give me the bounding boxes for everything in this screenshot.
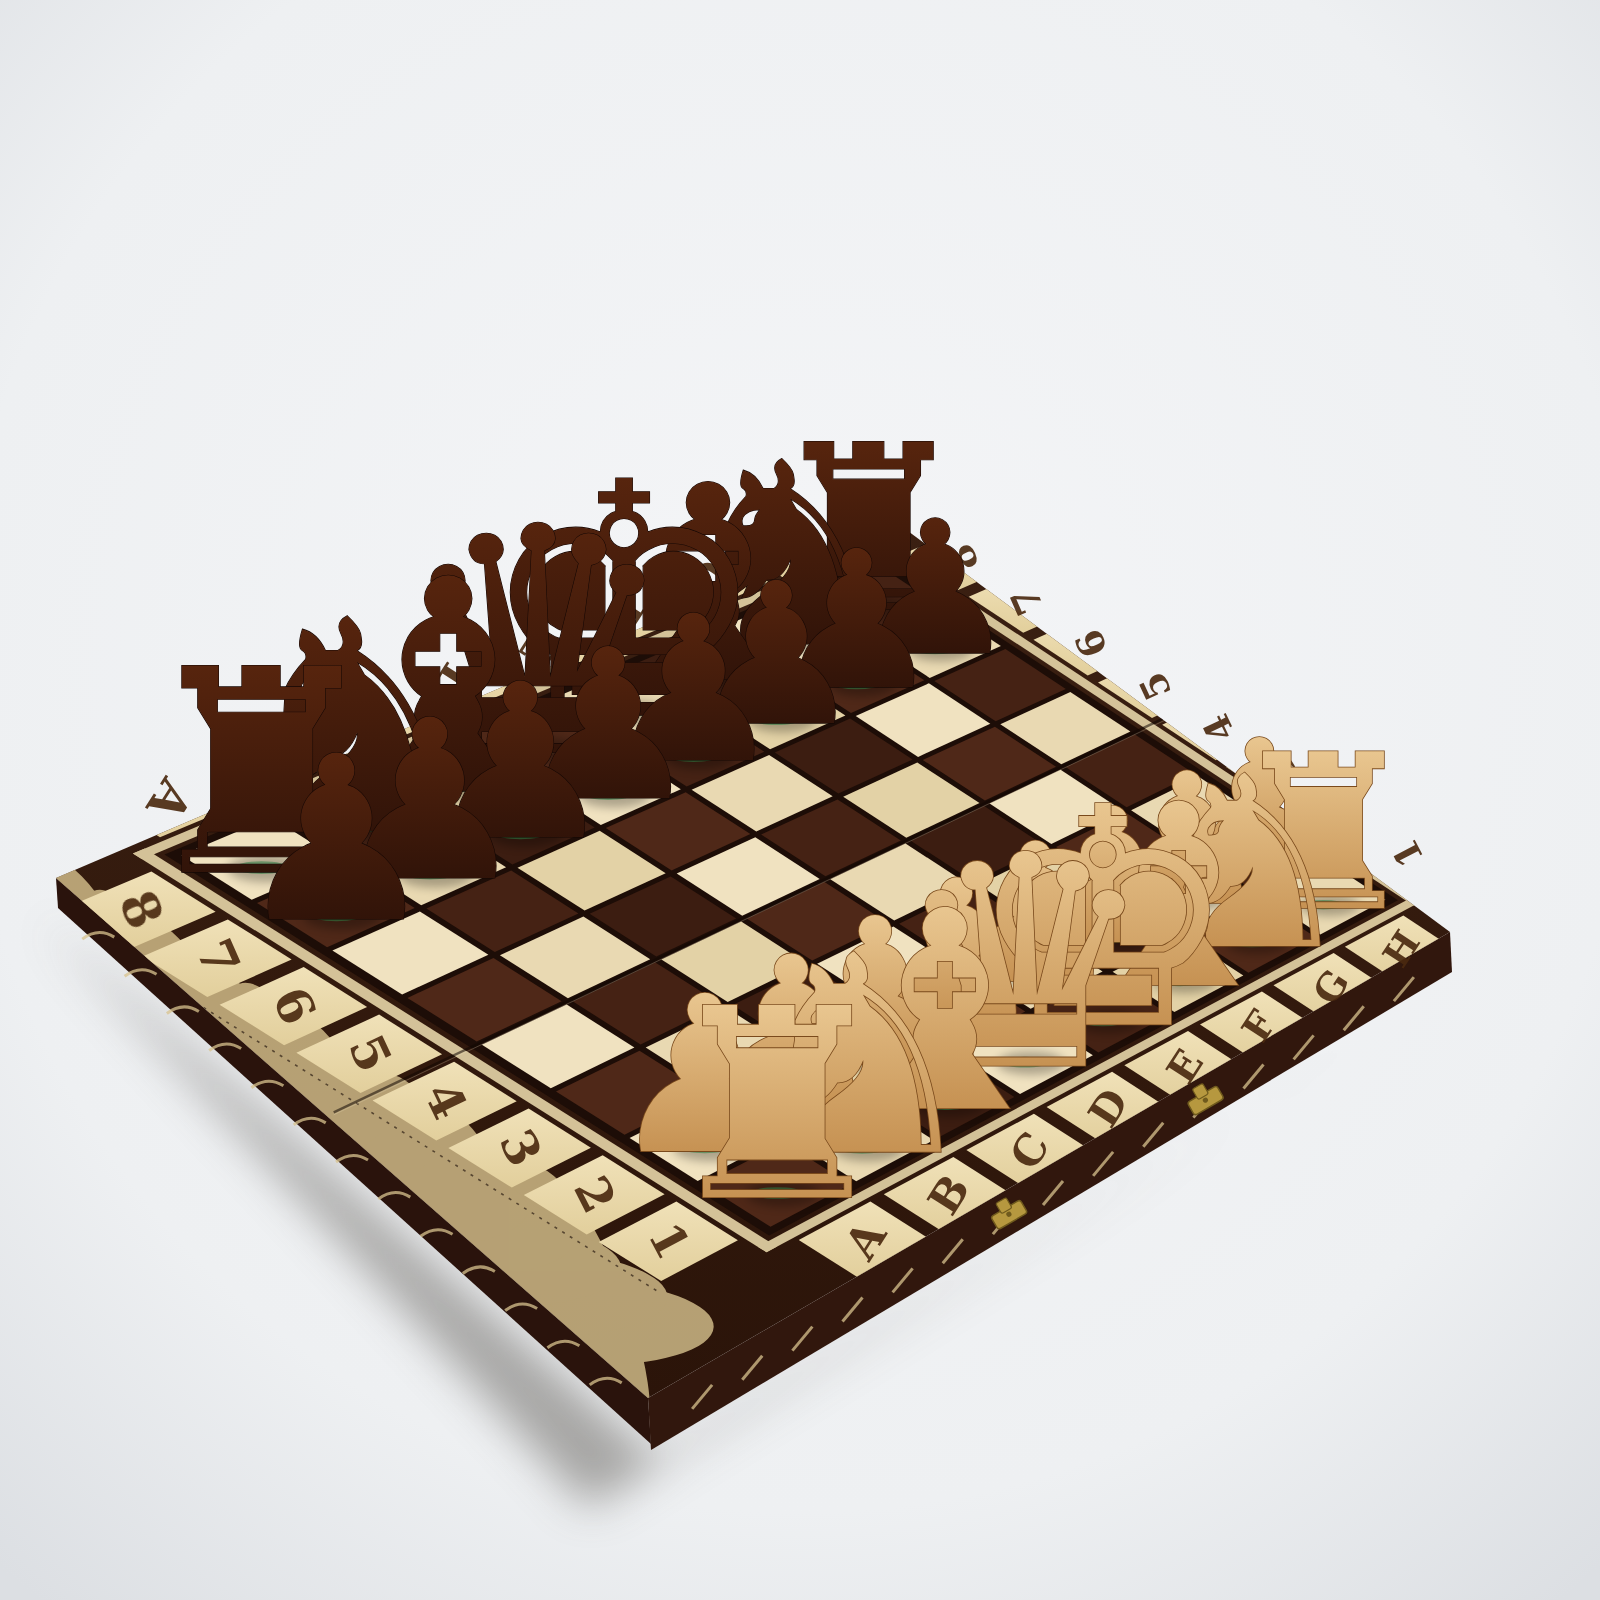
piece-white-rook-a1: ♜ <box>659 952 895 1259</box>
piece-glyph: ♟ <box>234 707 438 973</box>
piece-black-pawn-a7: ♟ <box>234 707 438 973</box>
product-photo-scene: 1AA12BB23CC34DD45EE56FF67GG78HH8♜♞♟♝♟♚♟♛… <box>0 0 1600 1600</box>
chessboard-svg: 1AA12BB23CC34DD45EE56FF67GG78HH8♜♞♟♝♟♚♟♛… <box>0 0 1600 1600</box>
piece-glyph: ♜ <box>659 952 895 1259</box>
